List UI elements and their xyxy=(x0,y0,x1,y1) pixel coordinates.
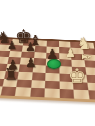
board-square xyxy=(15,87,31,96)
board-square xyxy=(73,90,88,99)
chess-board-photo: ♞♚♝♟♟♟♟♟♜♞♟♝♚ xyxy=(0,0,95,126)
board-square xyxy=(0,87,16,96)
board-perspective-wrap xyxy=(0,37,95,126)
board-square xyxy=(44,89,59,98)
chess-board xyxy=(0,37,95,103)
chess-photo-page: ♞♚♝♟♟♟♟♟♜♞♟♝♚ xyxy=(0,0,95,126)
board-square xyxy=(30,88,45,97)
board-square xyxy=(59,89,74,98)
board-square xyxy=(88,90,95,99)
